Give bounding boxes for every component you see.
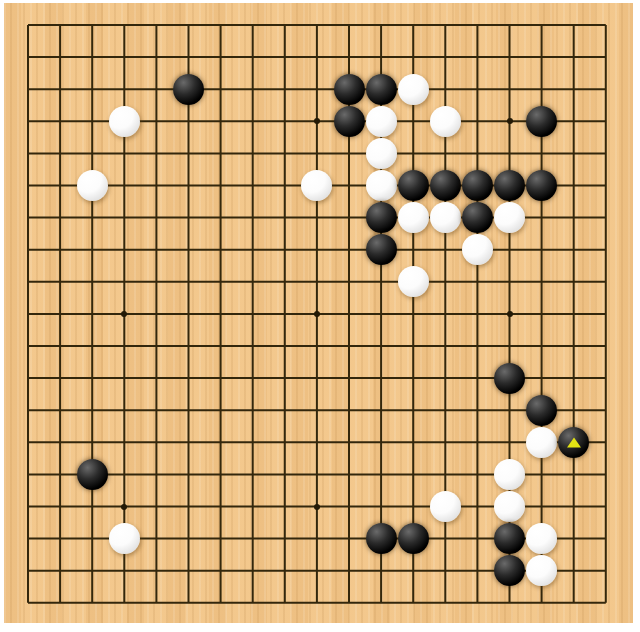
white-stone bbox=[109, 523, 140, 554]
white-stone bbox=[366, 170, 397, 201]
white-stone bbox=[430, 106, 461, 137]
white-stone bbox=[494, 202, 525, 233]
go-board[interactable] bbox=[4, 3, 633, 623]
black-stone bbox=[77, 459, 108, 490]
white-stone bbox=[462, 234, 493, 265]
star-point bbox=[507, 311, 513, 317]
white-stone bbox=[366, 106, 397, 137]
black-stone bbox=[366, 523, 397, 554]
black-stone bbox=[494, 523, 525, 554]
star-point bbox=[121, 504, 127, 510]
black-stone bbox=[334, 106, 365, 137]
last-move-triangle-icon bbox=[567, 438, 581, 448]
star-point bbox=[507, 118, 513, 124]
black-stone bbox=[366, 234, 397, 265]
black-stone bbox=[462, 170, 493, 201]
black-stone bbox=[366, 74, 397, 105]
white-stone bbox=[398, 74, 429, 105]
black-stone bbox=[398, 523, 429, 554]
black-stone bbox=[526, 395, 557, 426]
black-stone bbox=[526, 106, 557, 137]
white-stone bbox=[77, 170, 108, 201]
white-stone bbox=[109, 106, 140, 137]
white-stone bbox=[398, 202, 429, 233]
white-stone bbox=[494, 491, 525, 522]
black-stone-last-move bbox=[558, 427, 589, 458]
black-stone bbox=[430, 170, 461, 201]
black-stone bbox=[462, 202, 493, 233]
white-stone bbox=[398, 266, 429, 297]
white-stone bbox=[526, 427, 557, 458]
white-stone bbox=[494, 459, 525, 490]
black-stone bbox=[398, 170, 429, 201]
white-stone bbox=[366, 138, 397, 169]
black-stone bbox=[494, 363, 525, 394]
star-point bbox=[314, 311, 320, 317]
black-stone bbox=[173, 74, 204, 105]
white-stone bbox=[526, 523, 557, 554]
black-stone bbox=[334, 74, 365, 105]
white-stone bbox=[430, 491, 461, 522]
star-point bbox=[314, 504, 320, 510]
black-stone bbox=[366, 202, 397, 233]
black-stone bbox=[494, 555, 525, 586]
screenshot-root bbox=[0, 0, 640, 632]
white-stone bbox=[430, 202, 461, 233]
black-stone bbox=[494, 170, 525, 201]
black-stone bbox=[526, 170, 557, 201]
